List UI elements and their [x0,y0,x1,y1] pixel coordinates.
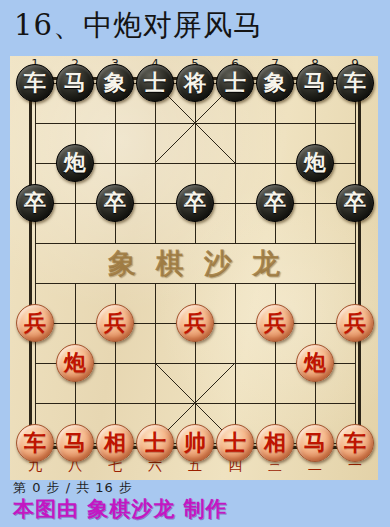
piece-black-general-5-1: 将 [176,64,214,102]
piece-black-chariot-9-1: 车 [336,64,374,102]
piece-red-advisor-6-10: 士 [216,424,254,462]
piece-red-elephant-7-10: 相 [256,424,294,462]
piece-black-soldier-7-4: 卒 [256,184,294,222]
piece-red-soldier-5-7: 兵 [176,304,214,342]
piece-red-soldier-3-7: 兵 [96,304,134,342]
piece-red-chariot-9-10: 车 [336,424,374,462]
piece-black-soldier-5-4: 卒 [176,184,214,222]
piece-red-cannon-8-8: 炮 [296,344,334,382]
piece-red-soldier-7-7: 兵 [256,304,294,342]
piece-black-advisor-4-1: 士 [136,64,174,102]
piece-black-horse-2-1: 马 [56,64,94,102]
piece-black-advisor-6-1: 士 [216,64,254,102]
piece-red-advisor-4-10: 士 [136,424,174,462]
piece-red-soldier-1-7: 兵 [16,304,54,342]
piece-red-chariot-1-10: 车 [16,424,54,462]
piece-black-soldier-9-4: 卒 [336,184,374,222]
piece-black-soldier-1-4: 卒 [16,184,54,222]
piece-black-cannon-8-3: 炮 [296,144,334,182]
credit-text: 本图由 象棋沙龙 制作 [13,495,228,523]
piece-black-elephant-3-1: 象 [96,64,134,102]
board-grid [10,56,378,480]
piece-black-chariot-1-1: 车 [16,64,54,102]
piece-black-soldier-3-4: 卒 [96,184,134,222]
piece-red-horse-2-10: 马 [56,424,94,462]
piece-red-horse-8-10: 马 [296,424,334,462]
piece-black-horse-8-1: 马 [296,64,334,102]
piece-red-elephant-3-10: 相 [96,424,134,462]
piece-red-cannon-2-8: 炮 [56,344,94,382]
page-title: 16、中炮对屏风马 [14,6,263,46]
piece-black-cannon-2-3: 炮 [56,144,94,182]
piece-black-elephant-7-1: 象 [256,64,294,102]
xiangqi-board: 123456789 九八七六五四三二一 象棋沙龙 车马象士将士象马车炮炮卒卒卒卒… [10,56,378,480]
piece-red-general-5-10: 帅 [176,424,214,462]
piece-red-soldier-9-7: 兵 [336,304,374,342]
